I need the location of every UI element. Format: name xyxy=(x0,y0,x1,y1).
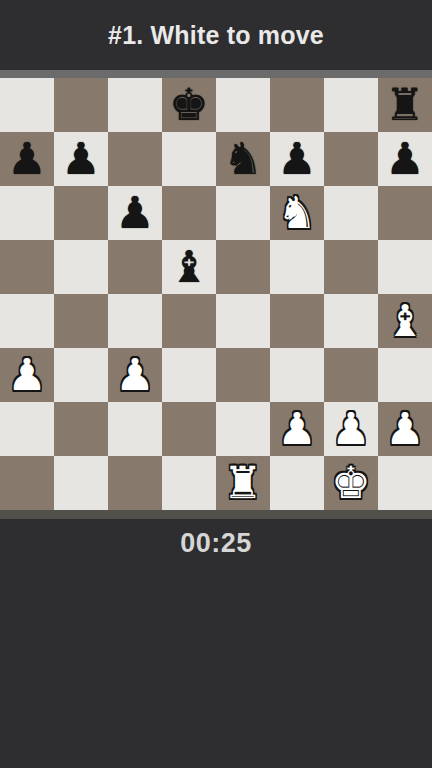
black-knight[interactable]: ♞ xyxy=(223,132,262,186)
square-b3[interactable] xyxy=(54,348,108,402)
square-e6[interactable] xyxy=(216,186,270,240)
black-rook[interactable]: ♜ xyxy=(385,78,424,132)
square-c1[interactable] xyxy=(108,456,162,510)
square-d5[interactable]: ♝ xyxy=(162,240,216,294)
white-knight[interactable]: ♞ xyxy=(277,186,316,240)
square-b4[interactable] xyxy=(54,294,108,348)
square-f7[interactable]: ♟ xyxy=(270,132,324,186)
square-f1[interactable] xyxy=(270,456,324,510)
square-h3[interactable] xyxy=(378,348,432,402)
square-h8[interactable]: ♜ xyxy=(378,78,432,132)
chess-board: ♚♜♟♟♞♟♟♟♞♝♝♟♟♟♟♟♜♚ xyxy=(0,78,432,510)
square-g7[interactable] xyxy=(324,132,378,186)
app-screen: #1. White to move ♚♜♟♟♞♟♟♟♞♝♝♟♟♟♟♟♜♚ 00:… xyxy=(0,0,432,768)
square-d8[interactable]: ♚ xyxy=(162,78,216,132)
square-h2[interactable]: ♟ xyxy=(378,402,432,456)
square-c2[interactable] xyxy=(108,402,162,456)
square-c5[interactable] xyxy=(108,240,162,294)
square-g1[interactable]: ♚ xyxy=(324,456,378,510)
square-c4[interactable] xyxy=(108,294,162,348)
square-c7[interactable] xyxy=(108,132,162,186)
timer-area: 00:25 xyxy=(0,519,432,559)
black-pawn[interactable]: ♟ xyxy=(115,186,154,240)
white-pawn[interactable]: ♟ xyxy=(277,402,316,456)
square-c3[interactable]: ♟ xyxy=(108,348,162,402)
square-h7[interactable]: ♟ xyxy=(378,132,432,186)
square-a1[interactable] xyxy=(0,456,54,510)
square-a4[interactable] xyxy=(0,294,54,348)
square-h5[interactable] xyxy=(378,240,432,294)
square-e7[interactable]: ♞ xyxy=(216,132,270,186)
puzzle-header: #1. White to move xyxy=(0,0,432,70)
white-pawn[interactable]: ♟ xyxy=(7,348,46,402)
square-d7[interactable] xyxy=(162,132,216,186)
square-h6[interactable] xyxy=(378,186,432,240)
square-d1[interactable] xyxy=(162,456,216,510)
square-a7[interactable]: ♟ xyxy=(0,132,54,186)
square-h4[interactable]: ♝ xyxy=(378,294,432,348)
square-e5[interactable] xyxy=(216,240,270,294)
white-pawn[interactable]: ♟ xyxy=(385,402,424,456)
square-g6[interactable] xyxy=(324,186,378,240)
square-e1[interactable]: ♜ xyxy=(216,456,270,510)
square-b5[interactable] xyxy=(54,240,108,294)
black-pawn[interactable]: ♟ xyxy=(277,132,316,186)
square-e8[interactable] xyxy=(216,78,270,132)
white-pawn[interactable]: ♟ xyxy=(115,348,154,402)
timer-value: 00:25 xyxy=(180,528,252,559)
square-f5[interactable] xyxy=(270,240,324,294)
black-pawn[interactable]: ♟ xyxy=(7,132,46,186)
square-f2[interactable]: ♟ xyxy=(270,402,324,456)
square-b1[interactable] xyxy=(54,456,108,510)
square-d6[interactable] xyxy=(162,186,216,240)
square-e3[interactable] xyxy=(216,348,270,402)
black-king[interactable]: ♚ xyxy=(169,78,208,132)
square-f6[interactable]: ♞ xyxy=(270,186,324,240)
square-h1[interactable] xyxy=(378,456,432,510)
square-a2[interactable] xyxy=(0,402,54,456)
square-g8[interactable] xyxy=(324,78,378,132)
white-pawn[interactable]: ♟ xyxy=(331,402,370,456)
square-e2[interactable] xyxy=(216,402,270,456)
board-frame-bottom xyxy=(0,510,432,519)
square-d3[interactable] xyxy=(162,348,216,402)
square-e4[interactable] xyxy=(216,294,270,348)
square-f8[interactable] xyxy=(270,78,324,132)
square-a6[interactable] xyxy=(0,186,54,240)
board-frame-top xyxy=(0,70,432,78)
square-g3[interactable] xyxy=(324,348,378,402)
white-bishop[interactable]: ♝ xyxy=(385,294,424,348)
square-d4[interactable] xyxy=(162,294,216,348)
black-pawn[interactable]: ♟ xyxy=(61,132,100,186)
square-b2[interactable] xyxy=(54,402,108,456)
square-c8[interactable] xyxy=(108,78,162,132)
square-a3[interactable]: ♟ xyxy=(0,348,54,402)
square-a5[interactable] xyxy=(0,240,54,294)
square-b6[interactable] xyxy=(54,186,108,240)
square-b8[interactable] xyxy=(54,78,108,132)
square-f4[interactable] xyxy=(270,294,324,348)
square-a8[interactable] xyxy=(0,78,54,132)
white-rook[interactable]: ♜ xyxy=(223,456,262,510)
square-c6[interactable]: ♟ xyxy=(108,186,162,240)
square-f3[interactable] xyxy=(270,348,324,402)
square-b7[interactable]: ♟ xyxy=(54,132,108,186)
square-g2[interactable]: ♟ xyxy=(324,402,378,456)
square-g5[interactable] xyxy=(324,240,378,294)
square-g4[interactable] xyxy=(324,294,378,348)
square-d2[interactable] xyxy=(162,402,216,456)
puzzle-title: #1. White to move xyxy=(108,21,324,50)
white-king[interactable]: ♚ xyxy=(331,456,370,510)
black-pawn[interactable]: ♟ xyxy=(385,132,424,186)
black-bishop[interactable]: ♝ xyxy=(169,240,208,294)
